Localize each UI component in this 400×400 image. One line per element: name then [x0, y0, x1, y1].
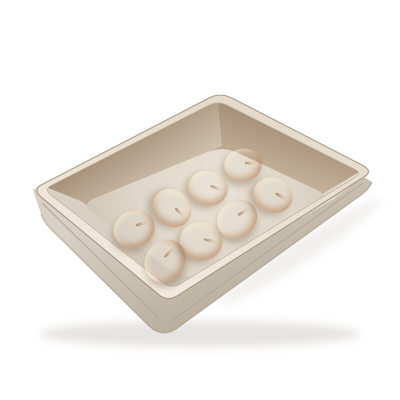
- ground-shadow: [40, 321, 360, 347]
- product-photo: [0, 0, 400, 400]
- baking-pan: [0, 0, 400, 400]
